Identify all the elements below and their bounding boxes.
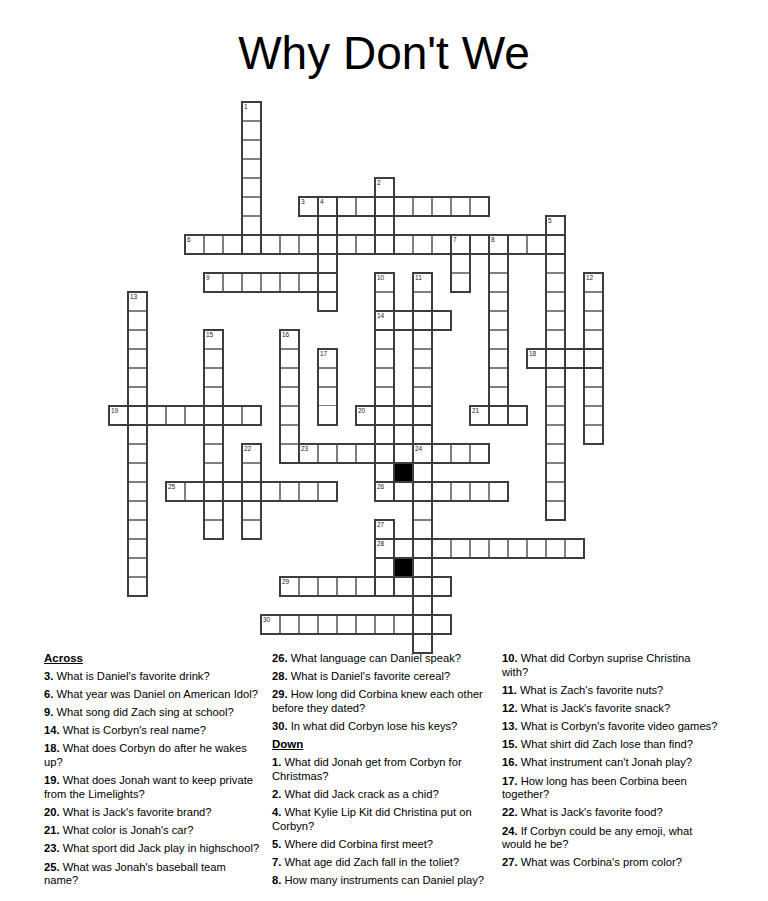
grid-cell[interactable] [223,273,242,292]
grid-cell[interactable] [280,349,299,368]
grid-cell[interactable] [546,292,565,311]
grid-cell[interactable] [489,235,508,254]
grid-cell[interactable] [356,577,375,596]
grid-cell[interactable] [489,292,508,311]
clue-item: 4. What Kylie Lip Kit did Christina put … [272,806,488,833]
clue-item: 9. What song did Zach sing at school? [44,706,260,720]
grid-cell[interactable] [413,273,432,292]
grid-cell[interactable] [584,368,603,387]
grid-cell[interactable] [432,539,451,558]
grid-cell[interactable] [299,235,318,254]
grid-cell[interactable] [413,558,432,577]
grid-cell[interactable] [546,311,565,330]
grid-cell[interactable] [546,216,565,235]
grid-cell[interactable] [413,387,432,406]
grid-cell[interactable] [432,235,451,254]
grid-cell[interactable] [413,482,432,501]
clue-list-header: Down [272,738,488,752]
grid-cell[interactable] [280,615,299,634]
grid-cell[interactable] [546,463,565,482]
grid-cell[interactable] [242,178,261,197]
grid-cell[interactable] [432,444,451,463]
grid-cell[interactable] [489,330,508,349]
grid-cell[interactable] [204,406,223,425]
grid-cell[interactable] [128,368,147,387]
clue-item: 19. What does Jonah want to keep private… [44,774,260,801]
grid-cell[interactable] [546,349,565,368]
grid-cell[interactable] [299,577,318,596]
grid-cell[interactable] [299,615,318,634]
grid-cell[interactable] [318,292,337,311]
grid-cell[interactable] [299,273,318,292]
clue-item: 5. Where did Corbina first meet? [272,838,488,852]
clue-item: 16. What instrument can't Jonah play? [502,756,718,770]
grid-cell[interactable] [223,406,242,425]
grid-cell[interactable] [318,197,337,216]
grid-cell[interactable] [166,482,185,501]
grid-cell[interactable] [375,463,394,482]
grid-cell[interactable] [413,406,432,425]
clue-item: 28. What is Daniel's favorite cereal? [272,670,488,684]
grid-cell[interactable] [356,444,375,463]
grid-cell[interactable] [489,311,508,330]
grid-cell[interactable] [242,121,261,140]
clue-column-2: 26. What language can Daniel speak?28. W… [272,652,488,892]
grid-cell[interactable] [565,539,584,558]
grid-cell[interactable] [394,235,413,254]
grid-cell[interactable] [299,197,318,216]
clue-list-header: Across [44,652,260,666]
grid-cell[interactable] [451,254,470,273]
grid-cell[interactable] [242,444,261,463]
grid-cell[interactable] [375,235,394,254]
grid-cell[interactable] [375,368,394,387]
grid-cell[interactable] [451,235,470,254]
clue-item: 17. How long has been Corbina been toget… [502,775,718,802]
grid-cell[interactable] [375,539,394,558]
grid-cell[interactable] [489,482,508,501]
clue-item: 2. What did Jack crack as a chid? [272,788,488,802]
grid-cell[interactable] [527,539,546,558]
grid-cell[interactable] [185,235,204,254]
clue-item: 24. If Corbyn could be any emoji, what w… [502,825,718,852]
grid-cell[interactable] [432,311,451,330]
clue-item: 20. What is Jack's favorite brand? [44,806,260,820]
grid-cell[interactable] [432,615,451,634]
clue-item: 3. What is Daniel's favorite drink? [44,670,260,684]
grid-cell[interactable] [242,273,261,292]
clue-item: 25. What was Jonah's baseball team name? [44,861,260,888]
grid-cell[interactable] [489,406,508,425]
grid-cell[interactable] [413,501,432,520]
clue-item: 18. What does Corbyn do after he wakes u… [44,742,260,769]
grid-cell[interactable] [337,235,356,254]
grid-cell[interactable] [204,482,223,501]
clue-item: 6. What year was Daniel on American Idol… [44,688,260,702]
grid-cell[interactable] [128,501,147,520]
grid-cell[interactable] [413,520,432,539]
grid-cell[interactable] [242,482,261,501]
grid-cell[interactable] [394,197,413,216]
grid-cell[interactable] [204,520,223,539]
grid-cell[interactable] [166,406,185,425]
grid-cell[interactable] [413,235,432,254]
grid-cell[interactable] [128,539,147,558]
grid-cell[interactable] [375,178,394,197]
grid-cell[interactable] [546,444,565,463]
grid-cell[interactable] [546,368,565,387]
grid-cell[interactable] [489,254,508,273]
grid-cell[interactable] [432,482,451,501]
clue-item: 26. What language can Daniel speak? [272,652,488,666]
grid-cell[interactable] [451,482,470,501]
grid-cell[interactable] [413,425,432,444]
grid-cell[interactable] [451,197,470,216]
grid-cell[interactable] [318,273,337,292]
grid-cell[interactable] [375,425,394,444]
grid-cell[interactable] [356,406,375,425]
grid-cell[interactable] [128,444,147,463]
grid-cell[interactable] [546,425,565,444]
grid-cell[interactable] [375,197,394,216]
grid-cell[interactable] [280,482,299,501]
grid-cell[interactable] [394,615,413,634]
grid-cell[interactable] [223,482,242,501]
grid-cell[interactable] [546,273,565,292]
grid-cell[interactable] [584,330,603,349]
grid-cell[interactable] [546,482,565,501]
grid-cell[interactable] [470,444,489,463]
grid-cell[interactable] [299,444,318,463]
grid-cell[interactable] [375,311,394,330]
grid-cell[interactable] [546,254,565,273]
grid-cell[interactable] [128,349,147,368]
grid-cell[interactable] [413,634,432,653]
grid-cell[interactable] [413,311,432,330]
clue-item: 1. What did Jonah get from Corbyn for Ch… [272,756,488,783]
grid-cell[interactable] [584,292,603,311]
grid-cell[interactable] [584,387,603,406]
grid-cell[interactable] [394,311,413,330]
grid-cell[interactable] [185,406,204,425]
grid-cell[interactable] [204,463,223,482]
grid-cell[interactable] [204,501,223,520]
grid-cell[interactable] [432,577,451,596]
grid-cell[interactable] [470,482,489,501]
grid-cell[interactable] [242,406,261,425]
grid-cell[interactable] [318,368,337,387]
grid-cell[interactable] [413,615,432,634]
grid-cell[interactable] [261,482,280,501]
grid-cell[interactable] [375,558,394,577]
grid-cell[interactable] [337,577,356,596]
grid-cell[interactable] [185,482,204,501]
grid-cell[interactable] [584,273,603,292]
grid-cell[interactable] [489,368,508,387]
grid-cell[interactable] [394,577,413,596]
grid-cell[interactable] [413,539,432,558]
grid-cell[interactable] [128,463,147,482]
clue-item: 13. What is Corbyn's favorite video game… [502,720,718,734]
clue-section: Across3. What is Daniel's favorite drink… [0,652,768,901]
grid-cell[interactable] [413,368,432,387]
clue-item: 21. What color is Jonah's car? [44,824,260,838]
grid-cell[interactable] [432,197,451,216]
grid-cell[interactable] [242,102,261,121]
grid-cell[interactable] [356,235,375,254]
grid-cell[interactable] [375,387,394,406]
grid-cell[interactable] [128,406,147,425]
grid-cell[interactable] [470,539,489,558]
grid-cell[interactable] [242,235,261,254]
grid-cell[interactable] [527,235,546,254]
grid-cell[interactable] [280,235,299,254]
grid-cell[interactable] [413,577,432,596]
grid-cell[interactable] [489,539,508,558]
grid-cell[interactable] [470,197,489,216]
grid-cell[interactable] [508,235,527,254]
grid-cell[interactable] [204,273,223,292]
clue-column-1: Across3. What is Daniel's favorite drink… [44,652,260,892]
grid-cell[interactable] [242,463,261,482]
grid-cell[interactable] [261,235,280,254]
grid-cell[interactable] [394,539,413,558]
grid-cell[interactable] [299,482,318,501]
grid-cell[interactable] [584,311,603,330]
grid-cell[interactable] [147,406,166,425]
grid-cell[interactable] [413,463,432,482]
grid-cell[interactable] [128,387,147,406]
grid-cell[interactable] [280,387,299,406]
grid-cell[interactable] [413,197,432,216]
grid-cell[interactable] [223,235,242,254]
grid-cell[interactable] [204,368,223,387]
grid-cell[interactable] [204,387,223,406]
grid-cell[interactable] [128,558,147,577]
grid-cell[interactable] [318,615,337,634]
grid-cell[interactable] [546,330,565,349]
grid-cell[interactable] [375,615,394,634]
grid-cell[interactable] [489,273,508,292]
grid-cell[interactable] [280,330,299,349]
grid-cell[interactable] [128,425,147,444]
grid-cell[interactable] [109,406,128,425]
clue-item: 14. What is Corbyn's real name? [44,724,260,738]
grid-cell[interactable] [565,349,584,368]
grid-cell[interactable] [546,387,565,406]
grid-cell[interactable] [204,425,223,444]
grid-cell[interactable] [375,216,394,235]
clue-item: 27. What was Corbina's prom color? [502,856,718,870]
grid-cell[interactable] [451,444,470,463]
clue-column-3: 10. What did Corbyn suprise Christina wi… [502,652,718,875]
grid-cell[interactable] [546,406,565,425]
clue-item: 23. What sport did Jack play in highscho… [44,842,260,856]
grid-cell[interactable] [489,349,508,368]
grid-cell[interactable] [128,292,147,311]
grid-cell[interactable] [451,273,470,292]
grid-cell[interactable] [375,577,394,596]
grid-cell[interactable] [280,425,299,444]
clue-item: 22. What is Jack's favorite food? [502,806,718,820]
grid-cell[interactable] [413,349,432,368]
grid-cell[interactable] [242,216,261,235]
grid-cell[interactable] [584,349,603,368]
grid-cell[interactable] [584,425,603,444]
grid-cell[interactable] [242,159,261,178]
grid-cell[interactable] [356,615,375,634]
grid-cell[interactable] [128,482,147,501]
grid-cell[interactable] [375,482,394,501]
clue-item: 30. In what did Corbyn lose his keys? [272,720,488,734]
grid-cell[interactable] [413,596,432,615]
grid-cell[interactable] [280,406,299,425]
grid-cell[interactable] [546,501,565,520]
grid-cell[interactable] [337,444,356,463]
puzzle-title: Why Don't We [0,26,768,81]
grid-cell[interactable] [413,292,432,311]
grid-cell[interactable] [242,140,261,159]
grid-cell[interactable] [204,235,223,254]
grid-cell[interactable] [318,235,337,254]
grid-cell[interactable] [128,577,147,596]
clue-item: 8. How many instruments can Daniel play? [272,874,488,888]
grid-cell[interactable] [280,444,299,463]
grid-cell[interactable] [375,330,394,349]
grid-cell[interactable] [375,406,394,425]
grid-cell[interactable] [470,406,489,425]
grid-cell[interactable] [375,349,394,368]
clue-item: 10. What did Corbyn suprise Christina wi… [502,652,718,679]
clue-item: 11. What is Zach's favorite nuts? [502,684,718,698]
grid-cell[interactable] [394,444,413,463]
grid-cell[interactable] [584,406,603,425]
grid-cell[interactable] [128,311,147,330]
clue-item: 29. How long did Corbina knew each other… [272,688,488,715]
crossword-grid: 1234567891011121314151617181920212223242… [109,102,603,653]
grid-cell[interactable] [375,520,394,539]
grid-cell[interactable] [242,520,261,539]
grid-cell[interactable] [508,406,527,425]
grid-cell[interactable] [318,444,337,463]
grid-cell[interactable] [318,387,337,406]
black-cell [394,463,413,482]
grid-cell[interactable] [375,273,394,292]
grid-cell[interactable] [204,349,223,368]
grid-cell[interactable] [375,292,394,311]
grid-cell[interactable] [204,330,223,349]
black-cell [394,558,413,577]
grid-cell[interactable] [280,577,299,596]
grid-cell[interactable] [413,444,432,463]
grid-cell[interactable] [337,615,356,634]
grid-cell[interactable] [128,520,147,539]
grid-cell[interactable] [356,197,375,216]
grid-cell[interactable] [261,615,280,634]
grid-cell[interactable] [413,330,432,349]
grid-cell[interactable] [261,273,280,292]
grid-cell[interactable] [318,482,337,501]
grid-cell[interactable] [318,577,337,596]
grid-cell[interactable] [318,216,337,235]
clue-item: 15. What shirt did Zach lose than find? [502,738,718,752]
grid-cell[interactable] [128,330,147,349]
grid-cell[interactable] [394,406,413,425]
grid-cell[interactable] [527,349,546,368]
grid-cell[interactable] [394,482,413,501]
clue-item: 7. What age did Zach fall in the toliet? [272,856,488,870]
grid-cell[interactable] [337,197,356,216]
grid-cell[interactable] [470,235,489,254]
grid-cell[interactable] [508,539,527,558]
grid-cell[interactable] [318,254,337,273]
grid-cell[interactable] [242,197,261,216]
grid-cell[interactable] [451,539,470,558]
grid-cell[interactable] [242,501,261,520]
grid-cell[interactable] [546,235,565,254]
grid-cell[interactable] [489,387,508,406]
grid-cell[interactable] [280,273,299,292]
grid-cell[interactable] [318,349,337,368]
grid-cell[interactable] [546,539,565,558]
grid-cell[interactable] [204,444,223,463]
clue-item: 12. What is Jack's favorite snack? [502,702,718,716]
grid-cell[interactable] [280,368,299,387]
grid-cell[interactable] [375,444,394,463]
